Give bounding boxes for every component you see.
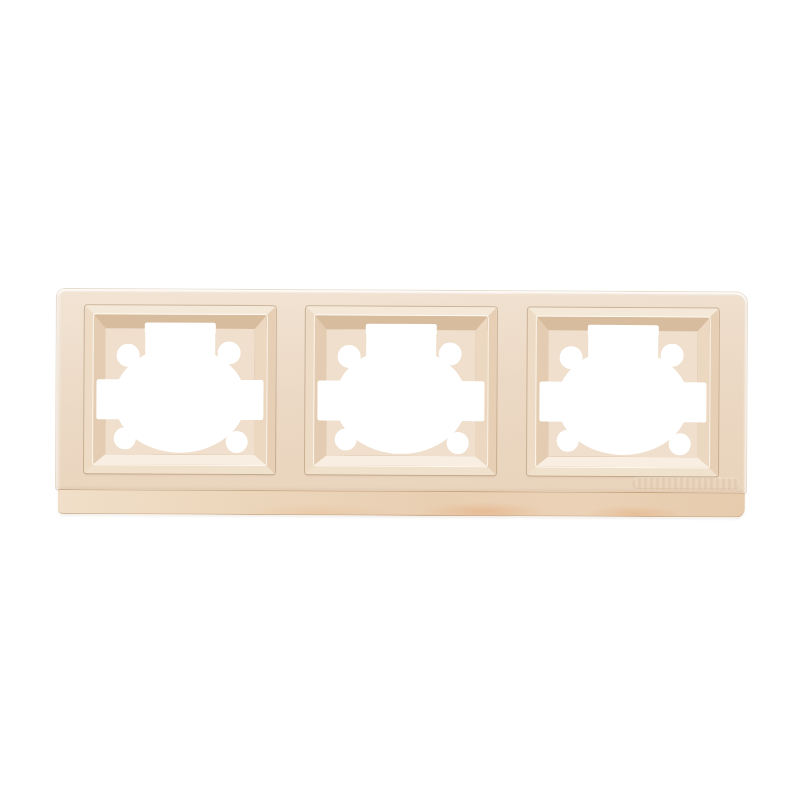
photo-background bbox=[0, 0, 800, 800]
top-cable-tab-cutout bbox=[588, 325, 659, 335]
right-tab-cutout bbox=[695, 382, 706, 422]
mounting-cutout-svg bbox=[326, 329, 476, 456]
top-cable-tab-cutout bbox=[145, 322, 216, 332]
gang-window-2 bbox=[305, 306, 497, 475]
left-tab-cutout bbox=[539, 382, 550, 422]
gang-window-1 bbox=[84, 305, 276, 474]
left-tab-cutout bbox=[317, 380, 328, 420]
right-tab-cutout bbox=[473, 381, 484, 421]
right-tab-cutout bbox=[252, 380, 263, 420]
inner-bevel bbox=[93, 314, 267, 465]
top-cable-tab-cutout bbox=[366, 324, 437, 334]
embossed-brand-mark bbox=[632, 477, 740, 490]
left-tab-cutout bbox=[96, 379, 107, 419]
frame-bottom-edge bbox=[58, 489, 745, 518]
inner-bevel bbox=[314, 315, 488, 466]
mounting-cutout-svg bbox=[105, 328, 255, 455]
frame-front-face bbox=[56, 289, 747, 494]
gang-window-3 bbox=[527, 307, 719, 476]
mounting-cutout-svg bbox=[548, 331, 698, 458]
triple-wall-plate-frame bbox=[56, 289, 747, 517]
inner-bevel bbox=[536, 317, 710, 468]
